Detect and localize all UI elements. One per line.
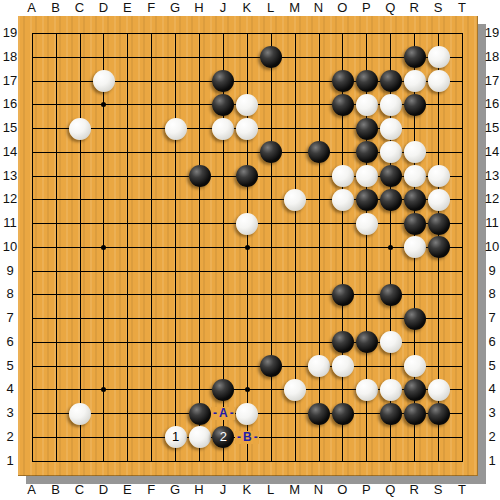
- coord-right-15: 15: [482, 120, 500, 136]
- coord-bottom-h: H: [189, 482, 209, 498]
- stone-black-k13: [236, 165, 258, 187]
- stone-black-h13: [189, 165, 211, 187]
- stone-white-s18: [428, 46, 450, 68]
- coord-bottom-a: A: [22, 482, 42, 498]
- stone-white-k11: [236, 213, 258, 235]
- coord-left-2: 2: [0, 429, 20, 445]
- stone-white-p11: [356, 213, 378, 235]
- coord-bottom-p: P: [356, 482, 376, 498]
- stone-black-q3: [380, 403, 402, 425]
- stone-white-n5: [308, 355, 330, 377]
- coord-right-13: 13: [482, 168, 500, 184]
- coord-right-19: 19: [482, 25, 500, 41]
- stone-white-p13: [356, 165, 378, 187]
- coord-left-3: 3: [0, 405, 20, 421]
- stone-white-d17: [93, 70, 115, 92]
- stone-black-j16: [212, 94, 234, 116]
- stone-black-o17: [332, 70, 354, 92]
- star-point-d10: [101, 245, 106, 250]
- coord-top-l: L: [261, 0, 281, 16]
- stone-white-q14: [380, 141, 402, 163]
- coord-left-14: 14: [0, 144, 20, 160]
- coord-top-d: D: [93, 0, 113, 16]
- stone-white-r14: [404, 141, 426, 163]
- stone-black-q13: [380, 165, 402, 187]
- stone-black-r7: [404, 308, 426, 330]
- stone-black-p12: [356, 189, 378, 211]
- coord-top-s: S: [428, 0, 448, 16]
- stone-white-g15: [165, 118, 187, 140]
- grid-line-horizontal: [32, 461, 463, 462]
- stone-white-c3: [69, 403, 91, 425]
- coord-top-k: K: [237, 0, 257, 16]
- coord-right-1: 1: [482, 453, 500, 469]
- coord-right-7: 7: [482, 310, 500, 326]
- coord-right-3: 3: [482, 405, 500, 421]
- move-2-stone-j2: 2: [212, 426, 234, 448]
- coord-left-15: 15: [0, 120, 20, 136]
- stone-white-o13: [332, 165, 354, 187]
- stone-white-q4: [380, 379, 402, 401]
- stone-black-s10: [428, 236, 450, 258]
- grid-line-horizontal: [32, 271, 463, 272]
- grid-line-vertical: [271, 33, 272, 461]
- coord-left-5: 5: [0, 358, 20, 374]
- coord-left-7: 7: [0, 310, 20, 326]
- coord-right-2: 2: [482, 429, 500, 445]
- stone-black-r12: [404, 189, 426, 211]
- stone-black-p15: [356, 118, 378, 140]
- coord-right-4: 4: [482, 381, 500, 397]
- stone-white-o12: [332, 189, 354, 211]
- coord-top-m: M: [285, 0, 305, 16]
- coord-left-17: 17: [0, 73, 20, 89]
- stone-white-s13: [428, 165, 450, 187]
- coord-right-14: 14: [482, 144, 500, 160]
- coord-left-18: 18: [0, 49, 20, 65]
- point-label-a-j3[interactable]: -A-: [211, 407, 235, 420]
- coord-top-n: N: [309, 0, 329, 16]
- coord-bottom-o: O: [332, 482, 352, 498]
- stone-black-p6: [356, 331, 378, 353]
- coord-top-t: T: [452, 0, 472, 16]
- coord-left-16: 16: [0, 96, 20, 112]
- star-point-k4: [245, 387, 250, 392]
- stone-white-c15: [69, 118, 91, 140]
- stone-black-r11: [404, 213, 426, 235]
- coord-left-9: 9: [0, 263, 20, 279]
- stone-white-q6: [380, 331, 402, 353]
- stone-white-k16: [236, 94, 258, 116]
- coord-bottom-s: S: [428, 482, 448, 498]
- stone-white-m12: [284, 189, 306, 211]
- stone-white-h2: [189, 426, 211, 448]
- coord-left-4: 4: [0, 381, 20, 397]
- stone-black-o16: [332, 94, 354, 116]
- coord-left-8: 8: [0, 286, 20, 302]
- stone-white-s4: [428, 379, 450, 401]
- coord-top-f: F: [141, 0, 161, 16]
- stone-black-q12: [380, 189, 402, 211]
- coord-bottom-r: R: [404, 482, 424, 498]
- coord-right-12: 12: [482, 191, 500, 207]
- coord-left-1: 1: [0, 453, 20, 469]
- stone-white-r10: [404, 236, 426, 258]
- coord-left-10: 10: [0, 239, 20, 255]
- stone-white-q16: [380, 94, 402, 116]
- stone-black-r16: [404, 94, 426, 116]
- star-point-k10: [245, 245, 250, 250]
- stone-black-r18: [404, 46, 426, 68]
- coord-right-18: 18: [482, 49, 500, 65]
- stone-white-p4: [356, 379, 378, 401]
- coord-bottom-c: C: [70, 482, 90, 498]
- coord-left-19: 19: [0, 25, 20, 41]
- coord-bottom-q: Q: [380, 482, 400, 498]
- coord-bottom-j: J: [213, 482, 233, 498]
- coord-top-a: A: [22, 0, 42, 16]
- coord-right-11: 11: [482, 215, 500, 231]
- coord-bottom-t: T: [452, 482, 472, 498]
- coord-right-17: 17: [482, 73, 500, 89]
- coord-top-e: E: [117, 0, 137, 16]
- coord-left-12: 12: [0, 191, 20, 207]
- coord-right-16: 16: [482, 96, 500, 112]
- stone-black-l5: [260, 355, 282, 377]
- star-point-q10: [388, 245, 393, 250]
- coord-top-c: C: [70, 0, 90, 16]
- stone-white-j15: [212, 118, 234, 140]
- stone-black-s3: [428, 403, 450, 425]
- coord-left-6: 6: [0, 334, 20, 350]
- coord-left-13: 13: [0, 168, 20, 184]
- stone-black-l18: [260, 46, 282, 68]
- stone-white-r17: [404, 70, 426, 92]
- stone-black-o8: [332, 284, 354, 306]
- coord-bottom-k: K: [237, 482, 257, 498]
- stone-white-k3: [236, 403, 258, 425]
- coord-top-o: O: [332, 0, 352, 16]
- stone-black-p17: [356, 70, 378, 92]
- coord-right-8: 8: [482, 286, 500, 302]
- coord-top-p: P: [356, 0, 376, 16]
- coord-top-b: B: [46, 0, 66, 16]
- coord-top-h: H: [189, 0, 209, 16]
- grid-line-horizontal: [32, 366, 463, 367]
- stone-black-q17: [380, 70, 402, 92]
- grid-line-vertical: [319, 33, 320, 461]
- stone-white-m4: [284, 379, 306, 401]
- coord-left-11: 11: [0, 215, 20, 231]
- stone-black-q8: [380, 284, 402, 306]
- coord-bottom-n: N: [309, 482, 329, 498]
- stone-white-p16: [356, 94, 378, 116]
- coord-right-10: 10: [482, 239, 500, 255]
- coord-bottom-m: M: [285, 482, 305, 498]
- coord-right-5: 5: [482, 358, 500, 374]
- stone-black-p14: [356, 141, 378, 163]
- stone-black-o3: [332, 403, 354, 425]
- stone-black-r3: [404, 403, 426, 425]
- grid-line-horizontal: [32, 318, 463, 319]
- coord-bottom-e: E: [117, 482, 137, 498]
- stone-white-o5: [332, 355, 354, 377]
- stone-black-r4: [404, 379, 426, 401]
- coord-bottom-b: B: [46, 482, 66, 498]
- point-label-b-k2[interactable]: -B-: [235, 431, 259, 444]
- stone-black-n14: [308, 141, 330, 163]
- grid-line-vertical: [462, 33, 463, 461]
- stone-black-j17: [212, 70, 234, 92]
- stone-black-o6: [332, 331, 354, 353]
- coord-top-r: R: [404, 0, 424, 16]
- coord-top-g: G: [165, 0, 185, 16]
- stone-black-h3: [189, 403, 211, 425]
- stone-white-s12: [428, 189, 450, 211]
- stone-black-n3: [308, 403, 330, 425]
- star-point-d4: [101, 387, 106, 392]
- coord-bottom-f: F: [141, 482, 161, 498]
- star-point-d16: [101, 102, 106, 107]
- coord-top-j: J: [213, 0, 233, 16]
- stone-black-l14: [260, 141, 282, 163]
- coord-right-6: 6: [482, 334, 500, 350]
- coord-bottom-l: L: [261, 482, 281, 498]
- coord-right-9: 9: [482, 263, 500, 279]
- move-1-stone-g2: 1: [165, 426, 187, 448]
- coord-bottom-g: G: [165, 482, 185, 498]
- stone-white-r13: [404, 165, 426, 187]
- stone-white-k15: [236, 118, 258, 140]
- stone-white-q15: [380, 118, 402, 140]
- coord-bottom-d: D: [93, 482, 113, 498]
- coord-top-q: Q: [380, 0, 400, 16]
- go-board[interactable]: 12-A--B-: [18, 16, 478, 476]
- page: 12-A--B- AABBCCDDEEFFGGHHJJKKLLMMNNOOPPQ…: [0, 0, 500, 500]
- stone-white-s17: [428, 70, 450, 92]
- stone-black-s11: [428, 213, 450, 235]
- stone-black-j4: [212, 379, 234, 401]
- stone-white-r5: [404, 355, 426, 377]
